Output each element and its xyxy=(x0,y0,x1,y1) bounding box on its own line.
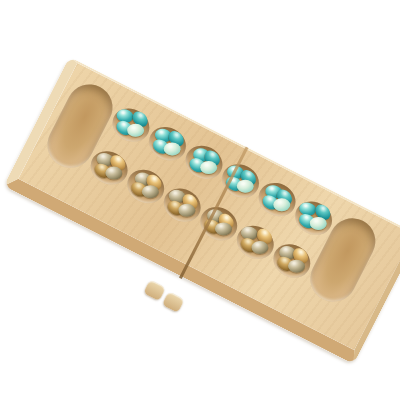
gem-stone xyxy=(142,185,159,199)
gem-stone xyxy=(178,204,195,218)
pit-bottom-6[interactable] xyxy=(268,238,316,284)
gem-stone xyxy=(105,166,122,180)
hinge-peg xyxy=(143,279,166,301)
gem-stone xyxy=(200,161,217,175)
gem-stone xyxy=(127,124,144,138)
gem-stone xyxy=(310,217,327,231)
mancala-board xyxy=(4,57,400,365)
mancala-product-photo xyxy=(0,0,400,400)
board-rotation-wrapper xyxy=(4,57,400,365)
hinge-peg xyxy=(161,291,184,313)
gem-stone xyxy=(273,198,290,212)
gem-stone xyxy=(237,179,254,193)
gem-stone xyxy=(215,222,232,236)
gem-stone xyxy=(163,142,180,156)
gem-stone xyxy=(288,259,305,273)
gem-stone xyxy=(251,241,268,255)
